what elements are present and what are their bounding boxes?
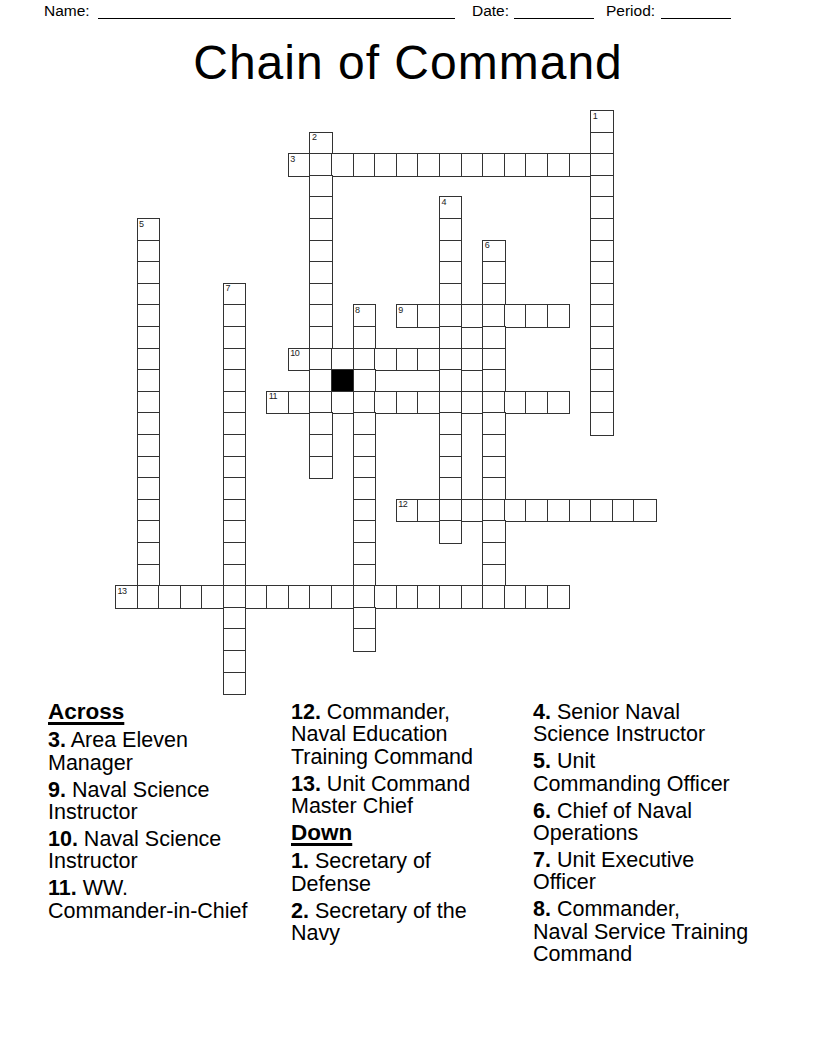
grid-cell[interactable] [482, 283, 505, 306]
clue-number: 7 [226, 284, 231, 293]
grid-cell[interactable] [482, 564, 505, 587]
grid-cell[interactable] [353, 628, 376, 651]
grid-cell[interactable] [288, 585, 311, 608]
clue-item-number: 11. [48, 876, 77, 900]
grid-cell[interactable] [288, 391, 311, 414]
grid-cell[interactable] [309, 175, 332, 198]
clue-item: 8. Commander,Naval Service TrainingComma… [533, 898, 785, 965]
grid-cell[interactable]: 7 [223, 283, 246, 306]
grid-cell[interactable] [137, 369, 160, 392]
grid-cell[interactable] [547, 153, 570, 176]
grid-cell[interactable] [309, 153, 332, 176]
grid-cell[interactable] [353, 542, 376, 565]
clue-column-3: 4. Senior NavalScience Instructor5. Unit… [533, 701, 785, 970]
grid-cell[interactable] [374, 153, 397, 176]
clue-column-2: 12. Commander,Naval EducationTraining Co… [291, 701, 519, 949]
grid-cell[interactable] [504, 391, 527, 414]
clue-item: 9. Naval ScienceInstructor [48, 779, 280, 824]
grid-cell[interactable] [137, 456, 160, 479]
name-line[interactable] [98, 1, 455, 19]
grid-cell[interactable] [461, 585, 484, 608]
grid-cell[interactable] [309, 434, 332, 457]
grid-cell[interactable] [439, 326, 462, 349]
grid-cell[interactable]: 12 [396, 499, 419, 522]
grid-cell[interactable] [223, 650, 246, 673]
clue-number: 3 [290, 155, 295, 164]
clue-number: 10 [290, 349, 299, 358]
grid-cell[interactable] [482, 412, 505, 435]
grid-cell[interactable] [590, 218, 613, 241]
grid-cell[interactable] [504, 153, 527, 176]
clue-number: 13 [118, 587, 127, 596]
grid-cell[interactable] [590, 196, 613, 219]
grid-cell[interactable] [353, 499, 376, 522]
clue-item: 3. Area ElevenManager [48, 729, 280, 774]
grid-cell[interactable] [309, 412, 332, 435]
clue-column-1: Across3. Area ElevenManager9. Naval Scie… [48, 701, 280, 927]
page-title: Chain of Command [0, 37, 816, 89]
grid-cell[interactable] [396, 391, 419, 414]
grid-cell[interactable] [590, 153, 613, 176]
clue-item: 2. Secretary of theNavy [291, 900, 519, 945]
grid-cell[interactable] [223, 672, 246, 695]
grid-cell[interactable] [309, 369, 332, 392]
grid-cell[interactable] [374, 391, 397, 414]
grid-cell[interactable] [353, 607, 376, 630]
grid-cell[interactable] [504, 304, 527, 327]
grid-cell[interactable] [331, 153, 354, 176]
worksheet-page: Name: Date: Period: Chain of Command 123… [0, 0, 816, 1056]
grid-cell[interactable] [137, 585, 160, 608]
grid-cell[interactable]: 5 [137, 218, 160, 241]
date-label: Date: [472, 2, 509, 20]
grid-cell[interactable] [137, 564, 160, 587]
clue-item-number: 10. [48, 827, 78, 851]
grid-cell[interactable] [137, 477, 160, 500]
grid-cell[interactable] [439, 153, 462, 176]
grid-cell[interactable] [482, 326, 505, 349]
grid-cell[interactable] [590, 348, 613, 371]
grid-cell[interactable] [137, 434, 160, 457]
grid-cell[interactable] [461, 304, 484, 327]
grid-cell[interactable] [309, 261, 332, 284]
clue-item-number: 8. [533, 897, 551, 921]
grid-cell[interactable] [417, 391, 440, 414]
grid-cell[interactable]: 3 [288, 153, 311, 176]
grid-cell[interactable] [482, 477, 505, 500]
grid-cell[interactable] [396, 585, 419, 608]
grid-cell[interactable] [439, 391, 462, 414]
grid-cell[interactable] [137, 499, 160, 522]
clue-number: 1 [593, 112, 598, 121]
clue-item-number: 7. [533, 848, 551, 872]
grid-cell[interactable] [353, 369, 376, 392]
grid-cell[interactable] [482, 434, 505, 457]
grid-cell[interactable] [309, 196, 332, 219]
grid-cell[interactable] [525, 304, 548, 327]
grid-cell[interactable] [590, 175, 613, 198]
grid-cell[interactable] [309, 326, 332, 349]
grid-cell[interactable] [439, 304, 462, 327]
clue-item-number: 3. [48, 728, 66, 752]
grid-cell[interactable] [439, 585, 462, 608]
grid-cell[interactable] [201, 585, 224, 608]
grid-cell[interactable] [309, 456, 332, 479]
grid-cell[interactable] [504, 499, 527, 522]
grid-cell[interactable]: 4 [439, 196, 462, 219]
grid-cell[interactable]: 13 [115, 585, 138, 608]
grid-cell[interactable] [590, 132, 613, 155]
grid-cell[interactable] [396, 348, 419, 371]
clue-item: 1. Secretary ofDefense [291, 850, 519, 895]
grid-cell[interactable] [137, 542, 160, 565]
clue-item: 10. Naval ScienceInstructor [48, 828, 280, 873]
grid-cell[interactable] [331, 391, 354, 414]
clue-item: 12. Commander,Naval EducationTraining Co… [291, 701, 519, 768]
grid-cell[interactable]: 8 [353, 304, 376, 327]
grid-cell[interactable] [482, 456, 505, 479]
grid-cell[interactable] [439, 412, 462, 435]
grid-cell[interactable] [353, 348, 376, 371]
grid-cell[interactable] [439, 520, 462, 543]
grid-cell[interactable] [590, 304, 613, 327]
grid-cell[interactable] [223, 585, 246, 608]
grid-cell[interactable] [482, 499, 505, 522]
clue-heading-down: Down [291, 822, 519, 844]
grid-cell[interactable] [590, 326, 613, 349]
clue-number: 8 [355, 306, 360, 315]
grid-cell[interactable] [439, 261, 462, 284]
clue-item: 6. Chief of NavalOperations [533, 800, 785, 845]
grid-cell[interactable] [223, 607, 246, 630]
grid-cell[interactable] [353, 520, 376, 543]
black-cell [331, 369, 354, 392]
grid-cell[interactable] [137, 326, 160, 349]
name-label: Name: [44, 2, 90, 20]
grid-cell[interactable] [353, 434, 376, 457]
clue-number: 6 [485, 241, 490, 250]
grid-cell[interactable] [482, 520, 505, 543]
grid-cell[interactable] [223, 542, 246, 565]
grid-cell[interactable] [137, 304, 160, 327]
grid-cell[interactable] [245, 585, 268, 608]
grid-cell[interactable] [137, 412, 160, 435]
grid-cell[interactable] [482, 304, 505, 327]
grid-cell[interactable] [612, 499, 635, 522]
crossword-grid: 12345678910111213 [115, 110, 657, 695]
period-line[interactable] [661, 1, 731, 19]
grid-cell[interactable] [223, 326, 246, 349]
grid-cell[interactable] [309, 240, 332, 263]
grid-cell[interactable] [590, 240, 613, 263]
grid-cell[interactable] [482, 391, 505, 414]
grid-cell[interactable] [374, 348, 397, 371]
grid-cell[interactable] [309, 585, 332, 608]
grid-cell[interactable] [547, 391, 570, 414]
grid-cell[interactable]: 11 [266, 391, 289, 414]
grid-cell[interactable] [439, 499, 462, 522]
clue-item-number: 6. [533, 799, 551, 823]
grid-cell[interactable] [439, 348, 462, 371]
grid-cell[interactable]: 1 [590, 110, 613, 133]
grid-cell[interactable] [547, 304, 570, 327]
grid-cell[interactable] [590, 283, 613, 306]
clue-item-number: 9. [48, 778, 66, 802]
grid-cell[interactable] [353, 564, 376, 587]
grid-cell[interactable] [439, 369, 462, 392]
grid-cell[interactable] [396, 153, 419, 176]
grid-cell[interactable] [137, 520, 160, 543]
clue-number: 12 [398, 500, 407, 509]
grid-cell[interactable] [461, 348, 484, 371]
grid-cell[interactable] [223, 564, 246, 587]
grid-cell[interactable] [569, 499, 592, 522]
clue-item: 13. Unit CommandMaster Chief [291, 773, 519, 818]
grid-cell[interactable] [461, 391, 484, 414]
grid-cell[interactable] [439, 477, 462, 500]
grid-cell[interactable] [223, 477, 246, 500]
clue-number: 11 [269, 392, 277, 401]
clue-item-number: 5. [533, 749, 551, 773]
grid-cell[interactable] [547, 499, 570, 522]
grid-cell[interactable] [309, 391, 332, 414]
grid-cell[interactable] [223, 391, 246, 414]
clue-item-number: 2. [291, 899, 309, 923]
grid-cell[interactable] [353, 585, 376, 608]
grid-cell[interactable] [482, 585, 505, 608]
grid-cell[interactable] [439, 456, 462, 479]
grid-cell[interactable] [331, 348, 354, 371]
grid-cell[interactable] [353, 153, 376, 176]
grid-cell[interactable] [223, 412, 246, 435]
grid-cell[interactable] [461, 153, 484, 176]
grid-cell[interactable] [482, 369, 505, 392]
grid-cell[interactable] [353, 477, 376, 500]
grid-cell[interactable] [223, 520, 246, 543]
grid-cell[interactable] [482, 261, 505, 284]
grid-cell[interactable] [590, 261, 613, 284]
grid-cell[interactable] [353, 326, 376, 349]
grid-cell[interactable] [439, 434, 462, 457]
grid-cell[interactable] [266, 585, 289, 608]
grid-cell[interactable] [223, 456, 246, 479]
grid-cell[interactable]: 6 [482, 240, 505, 263]
grid-cell[interactable] [223, 628, 246, 651]
clue-item: 5. UnitCommanding Officer [533, 750, 785, 795]
grid-cell[interactable] [309, 283, 332, 306]
grid-cell[interactable] [525, 153, 548, 176]
grid-cell[interactable]: 2 [309, 132, 332, 155]
grid-cell[interactable] [353, 412, 376, 435]
grid-cell[interactable] [569, 153, 592, 176]
grid-cell[interactable] [590, 412, 613, 435]
grid-cell[interactable] [180, 585, 203, 608]
grid-cell[interactable] [482, 542, 505, 565]
clue-item-number: 13. [291, 772, 321, 796]
grid-cell[interactable] [223, 304, 246, 327]
period-label: Period: [606, 2, 655, 20]
grid-cell[interactable] [590, 499, 613, 522]
grid-cell[interactable] [439, 240, 462, 263]
grid-cell[interactable] [137, 391, 160, 414]
grid-cell[interactable] [590, 369, 613, 392]
grid-cell[interactable] [525, 499, 548, 522]
grid-cell[interactable] [309, 348, 332, 371]
grid-cell[interactable]: 10 [288, 348, 311, 371]
grid-cell[interactable] [137, 283, 160, 306]
grid-cell[interactable] [482, 153, 505, 176]
clue-heading-across: Across [48, 701, 280, 723]
grid-cell[interactable] [439, 283, 462, 306]
grid-cell[interactable] [504, 585, 527, 608]
grid-cell[interactable] [417, 585, 440, 608]
grid-cell[interactable] [439, 218, 462, 241]
grid-cell[interactable] [353, 456, 376, 479]
grid-cell[interactable] [417, 304, 440, 327]
grid-cell[interactable] [461, 499, 484, 522]
grid-cell[interactable] [331, 585, 354, 608]
grid-cell[interactable] [137, 261, 160, 284]
grid-cell[interactable] [137, 240, 160, 263]
grid-cell[interactable] [482, 348, 505, 371]
grid-cell[interactable]: 9 [396, 304, 419, 327]
clue-item: 7. Unit ExecutiveOfficer [533, 849, 785, 894]
grid-cell[interactable] [417, 348, 440, 371]
clue-item-number: 1. [291, 849, 309, 873]
grid-cell[interactable] [374, 585, 397, 608]
grid-cell[interactable] [309, 218, 332, 241]
clue-item: 4. Senior NavalScience Instructor [533, 701, 785, 746]
clue-item: 11. WW.Commander-in-Chief [48, 877, 280, 922]
clue-number: 2 [312, 133, 317, 142]
grid-cell[interactable] [417, 153, 440, 176]
clue-number: 4 [442, 198, 447, 207]
clue-number: 9 [398, 306, 403, 315]
grid-cell[interactable] [223, 348, 246, 371]
clue-item-number: 12. [291, 700, 321, 724]
grid-cell[interactable] [223, 369, 246, 392]
grid-cell[interactable] [223, 434, 246, 457]
grid-cell[interactable] [223, 499, 246, 522]
grid-cell[interactable] [633, 499, 656, 522]
grid-cell[interactable] [137, 348, 160, 371]
grid-cell[interactable] [158, 585, 181, 608]
grid-cell[interactable] [590, 391, 613, 414]
grid-cell[interactable] [547, 585, 570, 608]
grid-cell[interactable] [525, 391, 548, 414]
grid-cell[interactable] [525, 585, 548, 608]
grid-cell[interactable] [417, 499, 440, 522]
grid-cell[interactable] [353, 391, 376, 414]
clue-number: 5 [139, 220, 144, 229]
grid-cell[interactable] [309, 304, 332, 327]
date-line[interactable] [514, 1, 594, 19]
clue-item-number: 4. [533, 700, 551, 724]
